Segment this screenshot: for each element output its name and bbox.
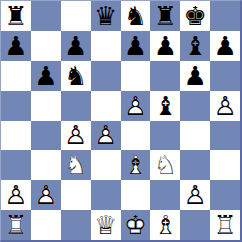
black-pawn[interactable]: ♟: [31, 61, 61, 91]
square-b2[interactable]: ♟♙: [31, 180, 61, 210]
square-d1[interactable]: ♛♕: [91, 210, 121, 240]
square-e5[interactable]: ♟♙: [121, 91, 151, 121]
square-g5[interactable]: [180, 91, 210, 121]
white-rook[interactable]: ♜♖: [1, 210, 31, 240]
white-pawn[interactable]: ♟♙: [121, 91, 151, 121]
white-rook[interactable]: ♜♖: [210, 210, 240, 240]
white-pawn[interactable]: ♟♙: [91, 121, 121, 151]
square-a2[interactable]: ♟♙: [1, 180, 31, 210]
piece-outline: ♘: [150, 150, 180, 180]
square-e6[interactable]: [121, 61, 151, 91]
white-queen[interactable]: ♛♕: [91, 210, 121, 240]
square-b8[interactable]: [31, 1, 61, 31]
square-f3[interactable]: ♞♘: [150, 150, 180, 180]
square-c6[interactable]: ♞: [61, 61, 91, 91]
piece-outline: ♗: [150, 210, 180, 240]
square-e1[interactable]: ♚♔: [121, 210, 151, 240]
chess-board: ♜♛♞♜♚♟♟♟♟♝♟♟♞♟♟♙♝♟♙♟♙♟♙♞♘♝♗♞♘♟♙♟♙♟♙♜♖♛♕♚…: [0, 0, 242, 242]
black-bishop[interactable]: ♝: [180, 31, 210, 61]
square-d4[interactable]: ♟♙: [91, 121, 121, 151]
square-d3[interactable]: [91, 150, 121, 180]
white-pawn[interactable]: ♟♙: [1, 180, 31, 210]
square-c4[interactable]: ♟♙: [61, 121, 91, 151]
black-pawn[interactable]: ♟: [210, 31, 240, 61]
square-a4[interactable]: [1, 121, 31, 151]
square-a8[interactable]: ♜: [1, 1, 31, 31]
square-f4[interactable]: [150, 121, 180, 151]
white-bishop[interactable]: ♝♗: [150, 210, 180, 240]
square-f1[interactable]: ♝♗: [150, 210, 180, 240]
square-e4[interactable]: [121, 121, 151, 151]
square-h1[interactable]: ♜♖: [210, 210, 240, 240]
square-f5[interactable]: ♝: [150, 91, 180, 121]
square-h3[interactable]: [210, 150, 240, 180]
square-h8[interactable]: [210, 1, 240, 31]
black-rook[interactable]: ♜: [1, 1, 31, 31]
black-pawn[interactable]: ♟: [61, 31, 91, 61]
square-g7[interactable]: ♝: [180, 31, 210, 61]
piece-outline: ♔: [121, 210, 151, 240]
black-pawn[interactable]: ♟: [121, 31, 151, 61]
black-queen[interactable]: ♛: [91, 1, 121, 31]
square-g1[interactable]: [180, 210, 210, 240]
square-d5[interactable]: [91, 91, 121, 121]
square-f6[interactable]: [150, 61, 180, 91]
square-f8[interactable]: ♜: [150, 1, 180, 31]
square-c5[interactable]: [61, 91, 91, 121]
square-a3[interactable]: [1, 150, 31, 180]
square-b7[interactable]: [31, 31, 61, 61]
square-e7[interactable]: ♟: [121, 31, 151, 61]
piece-outline: ♙: [1, 180, 31, 210]
piece-outline: ♙: [91, 121, 121, 151]
square-d6[interactable]: [91, 61, 121, 91]
square-d7[interactable]: [91, 31, 121, 61]
piece-outline: ♙: [210, 91, 240, 121]
black-knight[interactable]: ♞: [61, 61, 91, 91]
piece-outline: ♙: [61, 121, 91, 151]
piece-outline: ♕: [91, 210, 121, 240]
square-a5[interactable]: [1, 91, 31, 121]
piece-outline: ♘: [61, 150, 91, 180]
black-pawn[interactable]: ♟: [180, 61, 210, 91]
square-f2[interactable]: [150, 180, 180, 210]
square-b4[interactable]: [31, 121, 61, 151]
square-c1[interactable]: [61, 210, 91, 240]
square-e8[interactable]: ♞: [121, 1, 151, 31]
square-h7[interactable]: ♟: [210, 31, 240, 61]
piece-outline: ♙: [31, 180, 61, 210]
square-h6[interactable]: [210, 61, 240, 91]
piece-outline: ♙: [180, 180, 210, 210]
square-h4[interactable]: [210, 121, 240, 151]
square-g4[interactable]: [180, 121, 210, 151]
piece-outline: ♗: [121, 150, 151, 180]
square-c3[interactable]: ♞♘: [61, 150, 91, 180]
square-d8[interactable]: ♛: [91, 1, 121, 31]
square-c2[interactable]: [61, 180, 91, 210]
square-b5[interactable]: [31, 91, 61, 121]
white-knight[interactable]: ♞♘: [61, 150, 91, 180]
black-rook[interactable]: ♜: [150, 1, 180, 31]
black-pawn[interactable]: ♟: [150, 31, 180, 61]
square-h5[interactable]: ♟♙: [210, 91, 240, 121]
square-g6[interactable]: ♟: [180, 61, 210, 91]
white-pawn[interactable]: ♟♙: [210, 91, 240, 121]
square-b6[interactable]: ♟: [31, 61, 61, 91]
square-g3[interactable]: [180, 150, 210, 180]
black-king[interactable]: ♚: [180, 1, 210, 31]
square-d2[interactable]: [91, 180, 121, 210]
piece-outline: ♖: [1, 210, 31, 240]
square-e2[interactable]: [121, 180, 151, 210]
white-bishop[interactable]: ♝♗: [121, 150, 151, 180]
black-pawn[interactable]: ♟: [1, 31, 31, 61]
square-a1[interactable]: ♜♖: [1, 210, 31, 240]
white-pawn[interactable]: ♟♙: [31, 180, 61, 210]
square-f7[interactable]: ♟: [150, 31, 180, 61]
black-knight[interactable]: ♞: [121, 1, 151, 31]
black-bishop[interactable]: ♝: [150, 91, 180, 121]
square-a7[interactable]: ♟: [1, 31, 31, 61]
white-knight[interactable]: ♞♘: [150, 150, 180, 180]
square-b1[interactable]: [31, 210, 61, 240]
square-g8[interactable]: ♚: [180, 1, 210, 31]
square-e3[interactable]: ♝♗: [121, 150, 151, 180]
piece-outline: ♙: [121, 91, 151, 121]
square-b3[interactable]: [31, 150, 61, 180]
white-pawn[interactable]: ♟♙: [180, 180, 210, 210]
square-h2[interactable]: [210, 180, 240, 210]
square-g2[interactable]: ♟♙: [180, 180, 210, 210]
white-pawn[interactable]: ♟♙: [61, 121, 91, 151]
white-king[interactable]: ♚♔: [121, 210, 151, 240]
square-a6[interactable]: [1, 61, 31, 91]
piece-outline: ♖: [210, 210, 240, 240]
square-c8[interactable]: [61, 1, 91, 31]
square-c7[interactable]: ♟: [61, 31, 91, 61]
